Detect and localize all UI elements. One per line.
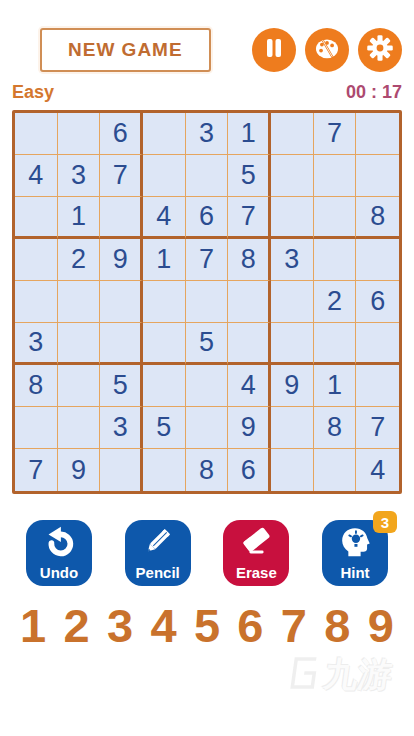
erase-button[interactable]: Erase (223, 520, 289, 586)
cell-r9c8[interactable] (314, 449, 357, 491)
cell-r1c8[interactable]: 7 (314, 113, 357, 155)
hint-icon (322, 524, 388, 562)
hint-label: Hint (340, 564, 369, 581)
timer: 00 : 17 (346, 82, 402, 103)
cell-r4c3[interactable]: 9 (100, 239, 143, 281)
cell-r2c4[interactable] (143, 155, 186, 197)
cell-r7c1[interactable]: 8 (15, 365, 58, 407)
cell-r7c7[interactable]: 9 (271, 365, 314, 407)
cell-r1c5[interactable]: 3 (186, 113, 229, 155)
cell-r5c2[interactable] (58, 281, 101, 323)
cell-r9c6[interactable]: 6 (228, 449, 271, 491)
cell-r6c2[interactable] (58, 323, 101, 365)
watermark-mark-icon (283, 655, 323, 695)
cell-r2c2[interactable]: 3 (58, 155, 101, 197)
cell-r5c1[interactable] (15, 281, 58, 323)
cell-r1c1[interactable] (15, 113, 58, 155)
cell-r4c6[interactable]: 8 (228, 239, 271, 281)
cell-r3c5[interactable]: 6 (186, 197, 229, 239)
cell-r9c4[interactable] (143, 449, 186, 491)
cell-r4c9[interactable] (356, 239, 399, 281)
cell-r5c5[interactable] (186, 281, 229, 323)
cell-r8c8[interactable]: 8 (314, 407, 357, 449)
header: NEW GAME (0, 28, 414, 72)
undo-icon (26, 524, 92, 562)
cell-r9c1[interactable]: 7 (15, 449, 58, 491)
settings-icon (363, 31, 397, 69)
cell-r9c3[interactable] (100, 449, 143, 491)
cell-r3c1[interactable] (15, 197, 58, 239)
settings-button[interactable] (358, 28, 402, 72)
cell-r2c8[interactable] (314, 155, 357, 197)
cell-r3c4[interactable]: 4 (143, 197, 186, 239)
cell-r1c9[interactable] (356, 113, 399, 155)
watermark-logo: 九游 (283, 652, 395, 698)
cell-r5c9[interactable]: 6 (356, 281, 399, 323)
cell-r5c6[interactable] (228, 281, 271, 323)
cell-r3c2[interactable]: 1 (58, 197, 101, 239)
cell-r2c7[interactable] (271, 155, 314, 197)
cell-r6c5[interactable]: 5 (186, 323, 229, 365)
cell-r6c7[interactable] (271, 323, 314, 365)
cell-r3c7[interactable] (271, 197, 314, 239)
cell-r9c9[interactable]: 4 (356, 449, 399, 491)
new-game-button[interactable]: NEW GAME (40, 28, 211, 72)
cell-r4c5[interactable]: 7 (186, 239, 229, 281)
cell-r7c5[interactable] (186, 365, 229, 407)
pencil-label: Pencil (136, 564, 180, 581)
undo-label: Undo (40, 564, 78, 581)
difficulty-label: Easy (12, 82, 54, 103)
numpad-1[interactable]: 1 (20, 602, 46, 649)
header-icon-group (252, 28, 402, 72)
cell-r6c8[interactable] (314, 323, 357, 365)
cell-r1c2[interactable] (58, 113, 101, 155)
numpad-2[interactable]: 2 (63, 602, 89, 649)
cell-r6c9[interactable] (356, 323, 399, 365)
status-row: Easy 00 : 17 (0, 80, 414, 104)
hint-button[interactable]: 3 Hint (322, 520, 388, 586)
cell-r1c3[interactable]: 6 (100, 113, 143, 155)
eraser-icon (223, 524, 289, 562)
pencil-button[interactable]: Pencil (125, 520, 191, 586)
cell-r7c6[interactable]: 4 (228, 365, 271, 407)
cell-r6c4[interactable] (143, 323, 186, 365)
cell-r5c7[interactable] (271, 281, 314, 323)
cell-r4c8[interactable] (314, 239, 357, 281)
palette-icon (310, 31, 344, 69)
cell-r8c4[interactable]: 5 (143, 407, 186, 449)
cell-r5c8[interactable]: 2 (314, 281, 357, 323)
cell-r2c9[interactable] (356, 155, 399, 197)
cell-r3c3[interactable] (100, 197, 143, 239)
cell-r3c6[interactable]: 7 (228, 197, 271, 239)
pause-button[interactable] (252, 28, 296, 72)
cell-r3c9[interactable]: 8 (356, 197, 399, 239)
numpad-4[interactable]: 4 (150, 602, 176, 649)
watermark-text: 九游 (321, 652, 395, 698)
cell-r5c4[interactable] (143, 281, 186, 323)
cell-r8c3[interactable]: 3 (100, 407, 143, 449)
cell-r4c2[interactable]: 2 (58, 239, 101, 281)
cell-r2c1[interactable]: 4 (15, 155, 58, 197)
cell-r7c4[interactable] (143, 365, 186, 407)
cell-r7c8[interactable]: 1 (314, 365, 357, 407)
pencil-icon (125, 524, 191, 562)
numpad-8[interactable]: 8 (324, 602, 350, 649)
undo-button[interactable]: Undo (26, 520, 92, 586)
numpad-3[interactable]: 3 (107, 602, 133, 649)
numpad-6[interactable]: 6 (237, 602, 263, 649)
cell-r9c2[interactable]: 9 (58, 449, 101, 491)
cell-r8c9[interactable]: 7 (356, 407, 399, 449)
cell-r8c1[interactable] (15, 407, 58, 449)
theme-button[interactable] (305, 28, 349, 72)
cell-r7c2[interactable] (58, 365, 101, 407)
cell-r8c7[interactable] (271, 407, 314, 449)
cell-r6c6[interactable] (228, 323, 271, 365)
cell-r4c1[interactable] (15, 239, 58, 281)
numpad: 123456789 (0, 602, 414, 649)
toolbar: Undo Pencil (0, 520, 414, 586)
cell-r2c6[interactable]: 5 (228, 155, 271, 197)
cell-r9c7[interactable] (271, 449, 314, 491)
cell-r4c7[interactable]: 3 (271, 239, 314, 281)
sudoku-board: 63174375146782917832635854913598779864 (12, 110, 402, 494)
cell-r6c1[interactable]: 3 (15, 323, 58, 365)
cell-r3c8[interactable] (314, 197, 357, 239)
cell-r6c3[interactable] (100, 323, 143, 365)
cell-r7c9[interactable] (356, 365, 399, 407)
cell-r4c4[interactable]: 1 (143, 239, 186, 281)
cell-r8c5[interactable] (186, 407, 229, 449)
cell-r2c3[interactable]: 7 (100, 155, 143, 197)
cell-r1c6[interactable]: 1 (228, 113, 271, 155)
numpad-9[interactable]: 9 (368, 602, 394, 649)
cell-r1c4[interactable] (143, 113, 186, 155)
cell-r8c6[interactable]: 9 (228, 407, 271, 449)
cell-r2c5[interactable] (186, 155, 229, 197)
cell-r1c7[interactable] (271, 113, 314, 155)
cell-r8c2[interactable] (58, 407, 101, 449)
numpad-7[interactable]: 7 (281, 602, 307, 649)
pause-icon (257, 31, 291, 69)
cell-r9c5[interactable]: 8 (186, 449, 229, 491)
erase-label: Erase (236, 564, 277, 581)
cell-r7c3[interactable]: 5 (100, 365, 143, 407)
cell-r5c3[interactable] (100, 281, 143, 323)
numpad-5[interactable]: 5 (194, 602, 220, 649)
